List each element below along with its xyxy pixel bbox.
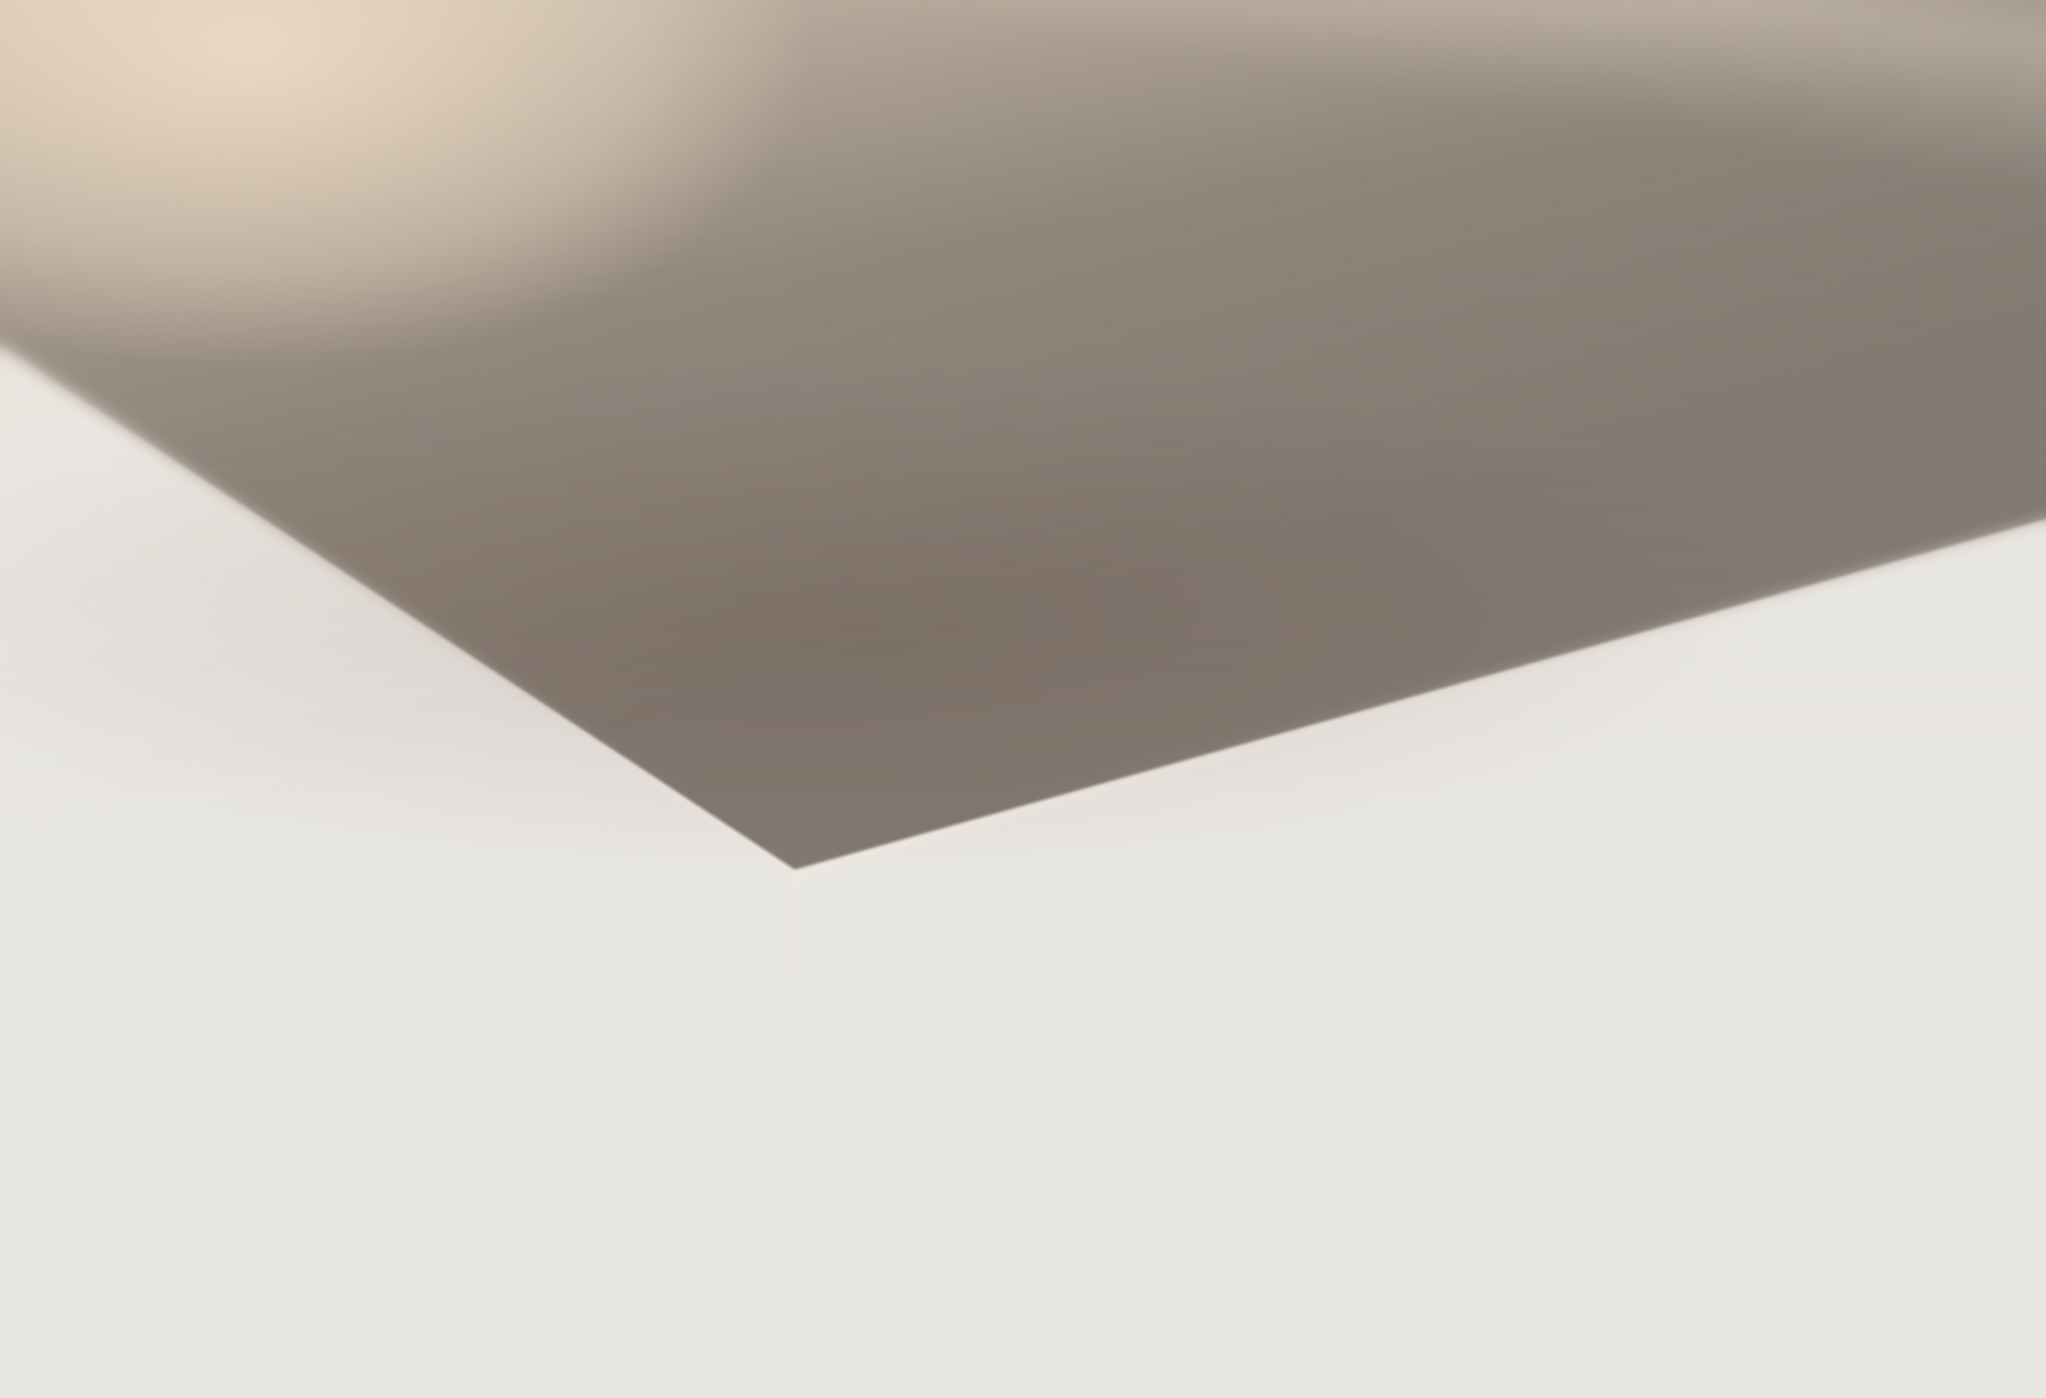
photo-scene	[0, 0, 2046, 1398]
perspective-camera	[0, 0, 2046, 1398]
chessboard	[0, 0, 2046, 870]
board-top-face	[0, 0, 2046, 870]
